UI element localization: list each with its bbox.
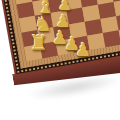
gold-pawn-piece[interactable]: ♟ [75,41,91,59]
pieces-layer: ♝♞♜♟♟♟♟♟ [0,0,120,120]
gold-rook-piece[interactable]: ♜ [30,33,49,54]
chess-set-photo: ♝♞♜♟♟♟♟♟ [0,0,120,120]
